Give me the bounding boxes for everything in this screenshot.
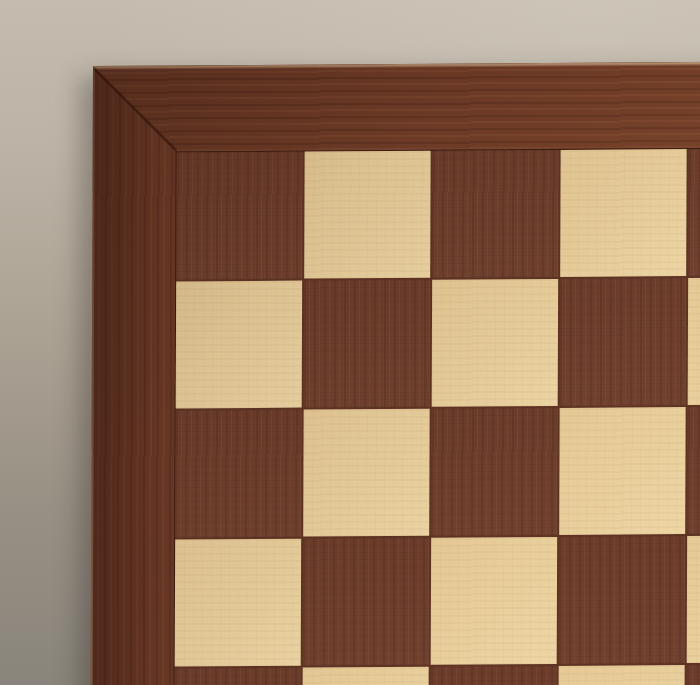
square-r4c1-light xyxy=(302,667,428,685)
square-r3c1-dark xyxy=(303,538,429,666)
square-r3c3-dark xyxy=(559,536,685,664)
square-r4c0-dark xyxy=(174,668,300,685)
square-r2c1-light xyxy=(303,409,429,537)
square-r1c4-light xyxy=(688,277,700,405)
square-r0c3-light xyxy=(560,149,686,277)
square-r1c3-dark xyxy=(560,278,686,406)
chess-board xyxy=(88,58,700,685)
square-r3c2-light xyxy=(431,537,557,665)
square-r4c3-light xyxy=(558,665,684,685)
board-frame-top-rail xyxy=(93,58,700,152)
square-r0c0-dark xyxy=(176,152,302,280)
square-r0c4-dark xyxy=(688,148,700,276)
square-r0c1-light xyxy=(304,151,430,279)
square-r2c0-dark xyxy=(175,410,301,538)
square-r2c3-light xyxy=(559,407,685,535)
square-r4c2-dark xyxy=(430,666,556,685)
square-r1c2-light xyxy=(432,279,558,407)
square-r3c0-light xyxy=(175,539,301,667)
square-r1c0-light xyxy=(176,281,302,409)
board-grid xyxy=(172,145,700,685)
square-r2c2-dark xyxy=(431,408,557,536)
frame-miter-seam xyxy=(93,65,177,153)
square-r3c4-light xyxy=(687,535,700,663)
square-r1c1-dark xyxy=(304,280,430,408)
square-r0c2-dark xyxy=(432,150,558,278)
square-r4c4-dark xyxy=(686,664,700,685)
square-r2c4-dark xyxy=(687,406,700,534)
